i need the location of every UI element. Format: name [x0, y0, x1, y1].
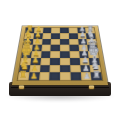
case-latch-left	[19, 85, 24, 89]
square[interactable]: ♝	[89, 58, 100, 65]
square[interactable]	[39, 72, 50, 80]
chess-board-grid: ♜♟♟♜♞♟♟♞♝♟♟♝♛♟♟♛♚♟♟♚♝♟♟♝♞♟♟♞♜♟♟♜	[18, 28, 103, 81]
square[interactable]	[60, 72, 71, 80]
square[interactable]	[50, 58, 60, 65]
square[interactable]	[49, 72, 60, 80]
square[interactable]: ♞	[19, 65, 30, 72]
square[interactable]	[50, 51, 60, 58]
square[interactable]: ♜	[91, 72, 103, 80]
piece-black-rook: ♜	[84, 25, 98, 33]
square[interactable]: ♟	[29, 65, 40, 72]
square[interactable]	[41, 51, 51, 58]
square[interactable]	[60, 58, 70, 65]
square[interactable]: ♞	[90, 65, 101, 72]
case-lid-seam	[11, 87, 109, 88]
square[interactable]	[70, 58, 80, 65]
square[interactable]: ♚	[88, 51, 98, 58]
case-latch-right	[89, 85, 94, 89]
square[interactable]	[60, 65, 70, 72]
square[interactable]: ♟	[31, 51, 41, 58]
chess-board: ♜♟♟♜♞♟♟♞♝♟♟♝♛♟♟♛♚♟♟♚♝♟♟♝♞♟♟♞♜♟♟♜	[12, 26, 108, 85]
board-scene: ♜♟♟♜♞♟♟♞♝♟♟♝♛♟♟♛♚♟♟♚♝♟♟♝♞♟♟♞♜♟♟♜	[12, 0, 108, 85]
square[interactable]: ♟	[30, 58, 41, 65]
square[interactable]: ♜	[18, 72, 30, 80]
square[interactable]: ♟	[28, 72, 39, 80]
square[interactable]	[70, 65, 81, 72]
square[interactable]	[40, 58, 50, 65]
square[interactable]	[40, 65, 51, 72]
square[interactable]	[60, 51, 70, 58]
square[interactable]	[50, 65, 60, 72]
square[interactable]	[69, 51, 79, 58]
square[interactable]	[70, 72, 81, 80]
